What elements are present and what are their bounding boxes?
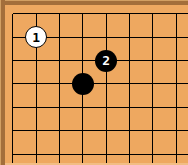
black-stone-2: 2 [95,50,117,72]
board-intersection [71,25,94,48]
black-stone [72,73,94,95]
board-intersection [141,49,164,72]
board-intersection [118,119,141,142]
board-intersection [24,119,47,142]
board-intersection [71,72,94,95]
board-intersection [71,2,94,25]
board-intersection [95,119,118,142]
board-intersection [118,143,141,165]
board-intersection [141,119,164,142]
board-intersection [141,25,164,48]
board-intersection [141,143,164,165]
board-intersection [48,143,71,165]
board-intersection [118,25,141,48]
board-intersection [48,72,71,95]
board-intersection [95,2,118,25]
board-intersection [71,96,94,119]
board-intersection [24,96,47,119]
white-stone-1: 1 [25,26,47,48]
board-intersection [24,72,47,95]
board-intersection: 1 [24,25,47,48]
board-intersection [141,96,164,119]
board-intersection: 2 [95,49,118,72]
board-intersection [165,25,188,48]
board-intersection [48,49,71,72]
board-intersection [71,49,94,72]
board-intersection [48,96,71,119]
board-intersection [165,72,188,95]
board-intersection [48,2,71,25]
board-intersection [165,2,188,25]
board-intersection [165,49,188,72]
board-intersection [95,72,118,95]
board-intersection [24,143,47,165]
board-intersection [118,2,141,25]
board-intersection [48,25,71,48]
board-intersection [118,72,141,95]
board-intersection [165,96,188,119]
board-intersection [165,143,188,165]
board-intersection [95,96,118,119]
board-intersection [48,119,71,142]
board-intersection [118,96,141,119]
go-board-grid: 12 [1,2,188,165]
board-frame-left [1,0,5,165]
board-intersection [141,2,164,25]
board-bottom-crop-edge [0,163,188,165]
board-intersection [95,25,118,48]
board-intersection [165,119,188,142]
board-frame-top [0,1,188,5]
board-intersection [141,72,164,95]
board-intersection [24,2,47,25]
board-intersection [24,49,47,72]
board-intersection [71,119,94,142]
go-diagram: 12 [0,0,188,165]
board-intersection [118,49,141,72]
board-intersection [71,143,94,165]
board-intersection [95,143,118,165]
